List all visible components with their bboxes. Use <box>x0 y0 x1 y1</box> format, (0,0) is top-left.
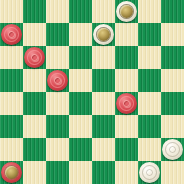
square-r0c5[interactable] <box>115 0 138 23</box>
square-r2c6 <box>138 46 161 69</box>
square-r3c7 <box>161 69 184 92</box>
square-r0c7[interactable] <box>161 0 184 23</box>
red-man-piece[interactable] <box>116 93 137 114</box>
square-r3c0[interactable] <box>0 69 23 92</box>
king-crown-ball <box>97 28 110 41</box>
square-r5c2[interactable] <box>46 115 69 138</box>
square-r1c4[interactable] <box>92 23 115 46</box>
square-r2c3[interactable] <box>69 46 92 69</box>
square-r4c5[interactable] <box>115 92 138 115</box>
square-r0c3[interactable] <box>69 0 92 23</box>
square-r5c3 <box>69 115 92 138</box>
square-r3c5 <box>115 69 138 92</box>
square-r2c2 <box>46 46 69 69</box>
square-r0c1[interactable] <box>23 0 46 23</box>
square-r2c5[interactable] <box>115 46 138 69</box>
white-man-piece[interactable] <box>162 139 183 160</box>
square-r6c1[interactable] <box>23 138 46 161</box>
square-r6c4 <box>92 138 115 161</box>
white-man-piece[interactable] <box>139 162 160 183</box>
square-r0c6 <box>138 0 161 23</box>
square-r6c5[interactable] <box>115 138 138 161</box>
square-r1c1 <box>23 23 46 46</box>
square-r2c7[interactable] <box>161 46 184 69</box>
square-r4c3[interactable] <box>69 92 92 115</box>
square-r2c4 <box>92 46 115 69</box>
square-r3c2[interactable] <box>46 69 69 92</box>
square-r7c1 <box>23 161 46 184</box>
square-r6c2 <box>46 138 69 161</box>
white-king-piece[interactable] <box>116 1 137 22</box>
square-r4c0 <box>0 92 23 115</box>
square-r7c2[interactable] <box>46 161 69 184</box>
square-r1c5 <box>115 23 138 46</box>
square-r3c4[interactable] <box>92 69 115 92</box>
square-r0c4 <box>92 0 115 23</box>
king-crown-ball <box>5 166 18 179</box>
square-r3c3 <box>69 69 92 92</box>
red-man-piece[interactable] <box>1 24 22 45</box>
white-king-piece[interactable] <box>93 24 114 45</box>
square-r6c3[interactable] <box>69 138 92 161</box>
square-r1c3 <box>69 23 92 46</box>
square-r0c2 <box>46 0 69 23</box>
square-r4c4 <box>92 92 115 115</box>
square-r3c6[interactable] <box>138 69 161 92</box>
square-r4c1[interactable] <box>23 92 46 115</box>
square-r5c1 <box>23 115 46 138</box>
square-r7c0[interactable] <box>0 161 23 184</box>
square-r7c5 <box>115 161 138 184</box>
square-r7c7 <box>161 161 184 184</box>
square-r6c0 <box>0 138 23 161</box>
square-r7c4[interactable] <box>92 161 115 184</box>
square-r7c6[interactable] <box>138 161 161 184</box>
square-r2c1[interactable] <box>23 46 46 69</box>
square-r6c7[interactable] <box>161 138 184 161</box>
red-man-piece[interactable] <box>47 70 68 91</box>
square-r3c1 <box>23 69 46 92</box>
square-r1c0[interactable] <box>0 23 23 46</box>
square-r5c7 <box>161 115 184 138</box>
king-crown-ball <box>120 5 133 18</box>
square-r5c0[interactable] <box>0 115 23 138</box>
square-r7c3 <box>69 161 92 184</box>
square-r1c2[interactable] <box>46 23 69 46</box>
square-r6c6 <box>138 138 161 161</box>
red-king-piece[interactable] <box>1 162 22 183</box>
square-r1c7 <box>161 23 184 46</box>
square-r1c6[interactable] <box>138 23 161 46</box>
red-man-piece[interactable] <box>24 47 45 68</box>
square-r2c0 <box>0 46 23 69</box>
square-r5c6[interactable] <box>138 115 161 138</box>
square-r5c4[interactable] <box>92 115 115 138</box>
square-r5c5 <box>115 115 138 138</box>
square-r0c0 <box>0 0 23 23</box>
square-r4c7[interactable] <box>161 92 184 115</box>
checkers-board <box>0 0 184 184</box>
square-r4c2 <box>46 92 69 115</box>
square-r4c6 <box>138 92 161 115</box>
